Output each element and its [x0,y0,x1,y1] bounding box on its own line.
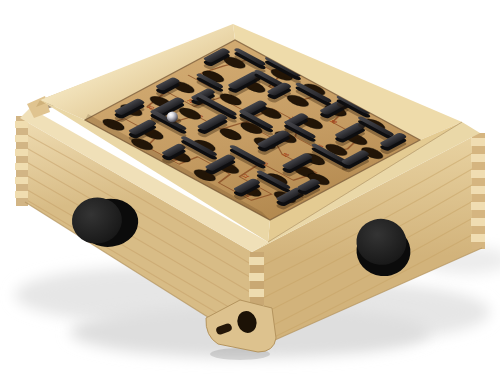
scene: 135810121518202325283134363841444750 [0,0,500,390]
joint-tooth [15,177,28,184]
joint-tooth [15,135,28,142]
joint-tooth [15,149,28,156]
joint-tooth [471,186,485,194]
ball[interactable] [167,111,178,122]
joint-tooth [15,163,28,170]
finger-joint-right-corner [471,133,485,249]
joint-tooth [471,202,485,210]
joint-tooth [249,289,264,297]
joint-tooth [471,170,485,178]
finger-joint-left-corner [15,116,28,206]
joint-tooth [471,234,485,242]
labyrinth-game-photo: 135810121518202325283134363841444750 [0,0,500,390]
joint-tooth [471,154,485,162]
joint-tooth [249,257,264,265]
joint-tooth [471,218,485,226]
joint-tooth [249,273,264,281]
joint-tooth [15,121,28,128]
joint-tooth [471,138,485,146]
joint-tooth [15,191,28,198]
